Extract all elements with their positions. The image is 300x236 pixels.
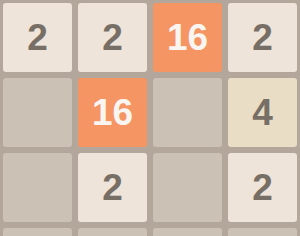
empty-cell-r3c1	[3, 153, 72, 222]
empty-cell-r4c2	[78, 228, 147, 236]
empty-cell-r2c1	[3, 78, 72, 147]
tile-grid: 2216216422	[3, 3, 297, 236]
empty-cell-r4c1	[3, 228, 72, 236]
tile-16-r2c2: 16	[78, 78, 147, 147]
tile-2-r3c4: 2	[228, 153, 297, 222]
empty-cell-r4c3	[153, 228, 222, 236]
tile-2-r1c1: 2	[3, 3, 72, 72]
2048-board[interactable]: 2216216422	[0, 0, 300, 236]
empty-cell-r4c4	[228, 228, 297, 236]
empty-cell-r2c3	[153, 78, 222, 147]
tile-16-r1c3: 16	[153, 3, 222, 72]
tile-4-r2c4: 4	[228, 78, 297, 147]
empty-cell-r3c3	[153, 153, 222, 222]
tile-2-r1c4: 2	[228, 3, 297, 72]
tile-2-r1c2: 2	[78, 3, 147, 72]
tile-2-r3c2: 2	[78, 153, 147, 222]
